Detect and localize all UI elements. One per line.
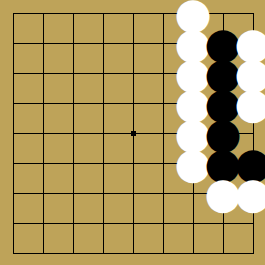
intersection-D8[interactable]	[88, 28, 118, 58]
black-stone-H5: ●	[204, 118, 242, 148]
intersection-B4[interactable]	[28, 148, 58, 178]
white-stone-H3: ●	[204, 178, 242, 208]
intersection-D1[interactable]	[88, 238, 118, 265]
intersection-H3[interactable]: ●	[208, 178, 238, 208]
intersection-G3[interactable]	[178, 178, 208, 208]
intersection-E8[interactable]	[118, 28, 148, 58]
intersection-F2[interactable]	[148, 208, 178, 238]
intersection-F3[interactable]	[148, 178, 178, 208]
intersection-B7[interactable]	[28, 58, 58, 88]
intersection-A5[interactable]	[0, 118, 28, 148]
intersection-E9[interactable]	[118, 0, 148, 28]
intersection-E3[interactable]	[118, 178, 148, 208]
intersection-J5[interactable]	[238, 118, 265, 148]
intersection-G8[interactable]: ●	[178, 28, 208, 58]
white-stone-J7: ●	[234, 58, 265, 88]
intersection-B8[interactable]	[28, 28, 58, 58]
intersection-G5[interactable]: ●	[178, 118, 208, 148]
intersection-J8[interactable]: ●	[238, 28, 265, 58]
intersection-C5[interactable]	[58, 118, 88, 148]
white-stone-G6: ●	[174, 88, 212, 118]
intersection-G6[interactable]: ●	[178, 88, 208, 118]
intersection-D2[interactable]	[88, 208, 118, 238]
board-grid: ●●●●●●●●●●●●●●●●●	[0, 0, 265, 265]
intersection-G4[interactable]: ●	[178, 148, 208, 178]
intersection-A1[interactable]	[0, 238, 28, 265]
intersection-H8[interactable]: ●	[208, 28, 238, 58]
intersection-G1[interactable]	[178, 238, 208, 265]
white-stone-G9: ●	[174, 0, 212, 28]
white-stone-J6: ●	[234, 88, 265, 118]
intersection-F8[interactable]	[148, 28, 178, 58]
intersection-G2[interactable]	[178, 208, 208, 238]
intersection-C3[interactable]	[58, 178, 88, 208]
intersection-E5[interactable]	[118, 118, 148, 148]
intersection-C7[interactable]	[58, 58, 88, 88]
intersection-C9[interactable]	[58, 0, 88, 28]
white-stone-J3: ●	[234, 178, 265, 208]
intersection-E7[interactable]	[118, 58, 148, 88]
intersection-G9[interactable]: ●	[178, 0, 208, 28]
intersection-D6[interactable]	[88, 88, 118, 118]
intersection-C6[interactable]	[58, 88, 88, 118]
intersection-H5[interactable]: ●	[208, 118, 238, 148]
intersection-B5[interactable]	[28, 118, 58, 148]
intersection-J7[interactable]: ●	[238, 58, 265, 88]
intersection-C1[interactable]	[58, 238, 88, 265]
intersection-J9[interactable]	[238, 0, 265, 28]
go-board: ●●●●●●●●●●●●●●●●●	[0, 0, 265, 265]
intersection-A3[interactable]	[0, 178, 28, 208]
intersection-H2[interactable]	[208, 208, 238, 238]
intersection-B9[interactable]	[28, 0, 58, 28]
intersection-A2[interactable]	[0, 208, 28, 238]
intersection-D3[interactable]	[88, 178, 118, 208]
intersection-F4[interactable]	[148, 148, 178, 178]
white-stone-G7: ●	[174, 58, 212, 88]
intersection-J6[interactable]: ●	[238, 88, 265, 118]
intersection-C4[interactable]	[58, 148, 88, 178]
intersection-C2[interactable]	[58, 208, 88, 238]
white-stone-J8: ●	[234, 28, 265, 58]
intersection-D7[interactable]	[88, 58, 118, 88]
intersection-F1[interactable]	[148, 238, 178, 265]
intersection-F6[interactable]	[148, 88, 178, 118]
intersection-B6[interactable]	[28, 88, 58, 118]
intersection-H6[interactable]: ●	[208, 88, 238, 118]
white-stone-G8: ●	[174, 28, 212, 58]
intersection-E4[interactable]	[118, 148, 148, 178]
intersection-F5[interactable]	[148, 118, 178, 148]
black-stone-H8: ●	[204, 28, 242, 58]
intersection-J3[interactable]: ●	[238, 178, 265, 208]
black-stone-H7: ●	[204, 58, 242, 88]
intersection-J1[interactable]	[238, 238, 265, 265]
intersection-B3[interactable]	[28, 178, 58, 208]
intersection-E1[interactable]	[118, 238, 148, 265]
intersection-D9[interactable]	[88, 0, 118, 28]
white-stone-G4: ●	[174, 148, 212, 178]
intersection-H7[interactable]: ●	[208, 58, 238, 88]
intersection-E2[interactable]	[118, 208, 148, 238]
intersection-F7[interactable]	[148, 58, 178, 88]
intersection-H4[interactable]: ●	[208, 148, 238, 178]
intersection-D5[interactable]	[88, 118, 118, 148]
white-stone-G5: ●	[174, 118, 212, 148]
intersection-A8[interactable]	[0, 28, 28, 58]
intersection-A7[interactable]	[0, 58, 28, 88]
intersection-H1[interactable]	[208, 238, 238, 265]
intersection-A9[interactable]	[0, 0, 28, 28]
intersection-A4[interactable]	[0, 148, 28, 178]
go-board-screenshot: ●●●●●●●●●●●●●●●●●	[0, 0, 265, 265]
intersection-B2[interactable]	[28, 208, 58, 238]
intersection-E6[interactable]	[118, 88, 148, 118]
black-stone-H6: ●	[204, 88, 242, 118]
black-stone-J4: ●	[234, 148, 265, 178]
intersection-H9[interactable]	[208, 0, 238, 28]
intersection-C8[interactable]	[58, 28, 88, 58]
intersection-B1[interactable]	[28, 238, 58, 265]
intersection-J4[interactable]: ●	[238, 148, 265, 178]
black-stone-H4: ●	[204, 148, 242, 178]
intersection-J2[interactable]	[238, 208, 265, 238]
intersection-D4[interactable]	[88, 148, 118, 178]
intersection-A6[interactable]	[0, 88, 28, 118]
intersection-F9[interactable]	[148, 0, 178, 28]
intersection-G7[interactable]: ●	[178, 58, 208, 88]
